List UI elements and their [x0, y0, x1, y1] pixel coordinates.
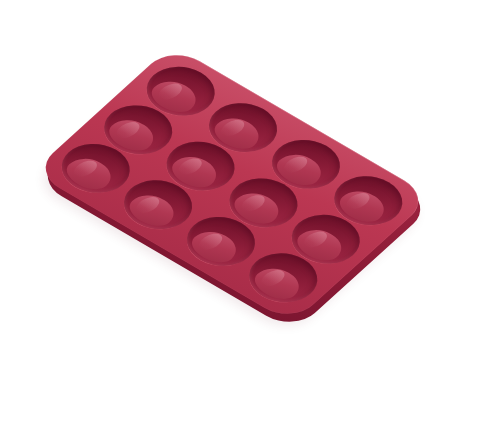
muffin-pan	[32, 45, 432, 324]
muffin-cup-floor	[247, 262, 307, 304]
muffin-cup-floor	[122, 189, 182, 231]
muffin-cup-floor	[185, 226, 245, 268]
muffin-cup-floor	[60, 153, 120, 195]
product-photo	[0, 0, 500, 439]
